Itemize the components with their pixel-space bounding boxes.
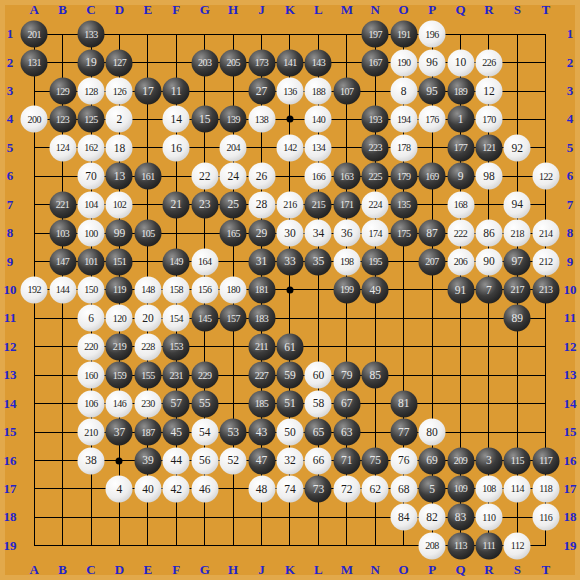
intersection-N13[interactable]: 85 xyxy=(361,361,389,389)
intersection-B15[interactable] xyxy=(48,418,76,446)
intersection-P5[interactable] xyxy=(418,134,446,162)
intersection-Q18[interactable]: 83 xyxy=(446,503,474,531)
intersection-O13[interactable] xyxy=(389,361,417,389)
intersection-D14[interactable]: 146 xyxy=(105,389,133,417)
intersection-R12[interactable] xyxy=(475,333,503,361)
intersection-B13[interactable] xyxy=(48,361,76,389)
intersection-J11[interactable]: 183 xyxy=(247,304,275,332)
intersection-M15[interactable]: 63 xyxy=(333,418,361,446)
intersection-T12[interactable] xyxy=(532,333,560,361)
intersection-E13[interactable]: 155 xyxy=(134,361,162,389)
intersection-C4[interactable]: 125 xyxy=(77,105,105,133)
intersection-G3[interactable] xyxy=(191,77,219,105)
intersection-F4[interactable]: 14 xyxy=(162,105,190,133)
intersection-K18[interactable] xyxy=(276,503,304,531)
intersection-F19[interactable] xyxy=(162,532,190,560)
intersection-R13[interactable] xyxy=(475,361,503,389)
intersection-D7[interactable]: 102 xyxy=(105,191,133,219)
intersection-Q15[interactable] xyxy=(446,418,474,446)
intersection-C5[interactable]: 162 xyxy=(77,134,105,162)
intersection-T9[interactable]: 212 xyxy=(532,247,560,275)
intersection-O18[interactable]: 84 xyxy=(389,503,417,531)
intersection-P17[interactable]: 5 xyxy=(418,475,446,503)
intersection-S12[interactable] xyxy=(503,333,531,361)
intersection-E7[interactable] xyxy=(134,191,162,219)
intersection-J13[interactable]: 227 xyxy=(247,361,275,389)
intersection-J6[interactable]: 26 xyxy=(247,162,275,190)
intersection-L12[interactable] xyxy=(304,333,332,361)
intersection-L4[interactable]: 140 xyxy=(304,105,332,133)
intersection-C12[interactable]: 220 xyxy=(77,333,105,361)
intersection-D16[interactable] xyxy=(105,446,133,474)
intersection-P19[interactable]: 208 xyxy=(418,532,446,560)
intersection-H19[interactable] xyxy=(219,532,247,560)
intersection-R7[interactable] xyxy=(475,191,503,219)
intersection-F5[interactable]: 16 xyxy=(162,134,190,162)
intersection-J1[interactable] xyxy=(247,20,275,48)
intersection-E19[interactable] xyxy=(134,532,162,560)
intersection-R14[interactable] xyxy=(475,389,503,417)
intersection-D4[interactable]: 2 xyxy=(105,105,133,133)
intersection-B14[interactable] xyxy=(48,389,76,417)
intersection-L2[interactable]: 143 xyxy=(304,48,332,76)
intersection-A16[interactable] xyxy=(20,446,48,474)
intersection-E3[interactable]: 17 xyxy=(134,77,162,105)
intersection-K1[interactable] xyxy=(276,20,304,48)
intersection-B5[interactable]: 124 xyxy=(48,134,76,162)
intersection-S16[interactable]: 115 xyxy=(503,446,531,474)
intersection-S17[interactable]: 114 xyxy=(503,475,531,503)
intersection-G11[interactable]: 145 xyxy=(191,304,219,332)
intersection-D5[interactable]: 18 xyxy=(105,134,133,162)
intersection-G19[interactable] xyxy=(191,532,219,560)
intersection-J8[interactable]: 29 xyxy=(247,219,275,247)
intersection-Q2[interactable]: 10 xyxy=(446,48,474,76)
intersection-P11[interactable] xyxy=(418,304,446,332)
intersection-Q5[interactable]: 177 xyxy=(446,134,474,162)
intersection-G10[interactable]: 156 xyxy=(191,276,219,304)
intersection-F15[interactable]: 45 xyxy=(162,418,190,446)
intersection-H17[interactable] xyxy=(219,475,247,503)
intersection-D2[interactable]: 127 xyxy=(105,48,133,76)
intersection-L10[interactable] xyxy=(304,276,332,304)
intersection-H3[interactable] xyxy=(219,77,247,105)
intersection-H11[interactable]: 157 xyxy=(219,304,247,332)
intersection-A6[interactable] xyxy=(20,162,48,190)
intersection-T7[interactable] xyxy=(532,191,560,219)
intersection-D15[interactable]: 37 xyxy=(105,418,133,446)
intersection-A7[interactable] xyxy=(20,191,48,219)
intersection-J14[interactable]: 185 xyxy=(247,389,275,417)
intersection-F14[interactable]: 57 xyxy=(162,389,190,417)
intersection-O2[interactable]: 190 xyxy=(389,48,417,76)
intersection-C16[interactable]: 38 xyxy=(77,446,105,474)
intersection-M17[interactable]: 72 xyxy=(333,475,361,503)
intersection-C9[interactable]: 101 xyxy=(77,247,105,275)
intersection-S15[interactable] xyxy=(503,418,531,446)
intersection-B8[interactable]: 103 xyxy=(48,219,76,247)
intersection-S5[interactable]: 92 xyxy=(503,134,531,162)
intersection-J2[interactable]: 173 xyxy=(247,48,275,76)
intersection-H4[interactable]: 139 xyxy=(219,105,247,133)
intersection-D3[interactable]: 126 xyxy=(105,77,133,105)
intersection-F12[interactable]: 153 xyxy=(162,333,190,361)
intersection-L9[interactable]: 35 xyxy=(304,247,332,275)
intersection-A13[interactable] xyxy=(20,361,48,389)
intersection-K11[interactable] xyxy=(276,304,304,332)
intersection-M3[interactable]: 107 xyxy=(333,77,361,105)
intersection-J16[interactable]: 47 xyxy=(247,446,275,474)
intersection-P3[interactable]: 95 xyxy=(418,77,446,105)
intersection-N1[interactable]: 197 xyxy=(361,20,389,48)
intersection-M19[interactable] xyxy=(333,532,361,560)
intersection-L3[interactable]: 188 xyxy=(304,77,332,105)
intersection-S4[interactable] xyxy=(503,105,531,133)
intersection-Q12[interactable] xyxy=(446,333,474,361)
intersection-O11[interactable] xyxy=(389,304,417,332)
intersection-C19[interactable] xyxy=(77,532,105,560)
intersection-T14[interactable] xyxy=(532,389,560,417)
intersection-L11[interactable] xyxy=(304,304,332,332)
intersection-J12[interactable]: 211 xyxy=(247,333,275,361)
intersection-G1[interactable] xyxy=(191,20,219,48)
intersection-T17[interactable]: 118 xyxy=(532,475,560,503)
intersection-M9[interactable]: 198 xyxy=(333,247,361,275)
intersection-A10[interactable]: 192 xyxy=(20,276,48,304)
intersection-T1[interactable] xyxy=(532,20,560,48)
intersection-Q17[interactable]: 109 xyxy=(446,475,474,503)
intersection-E15[interactable]: 187 xyxy=(134,418,162,446)
intersection-S3[interactable] xyxy=(503,77,531,105)
intersection-A12[interactable] xyxy=(20,333,48,361)
intersection-M13[interactable]: 79 xyxy=(333,361,361,389)
intersection-S14[interactable] xyxy=(503,389,531,417)
intersection-C7[interactable]: 104 xyxy=(77,191,105,219)
intersection-O3[interactable]: 8 xyxy=(389,77,417,105)
intersection-N19[interactable] xyxy=(361,532,389,560)
intersection-M5[interactable] xyxy=(333,134,361,162)
intersection-P13[interactable] xyxy=(418,361,446,389)
intersection-R11[interactable] xyxy=(475,304,503,332)
intersection-Q16[interactable]: 209 xyxy=(446,446,474,474)
intersection-T3[interactable] xyxy=(532,77,560,105)
intersection-P9[interactable]: 207 xyxy=(418,247,446,275)
intersection-O7[interactable]: 135 xyxy=(389,191,417,219)
intersection-M8[interactable]: 36 xyxy=(333,219,361,247)
intersection-D11[interactable]: 120 xyxy=(105,304,133,332)
intersection-D17[interactable]: 4 xyxy=(105,475,133,503)
intersection-O14[interactable]: 81 xyxy=(389,389,417,417)
intersection-R10[interactable]: 7 xyxy=(475,276,503,304)
intersection-P4[interactable]: 176 xyxy=(418,105,446,133)
intersection-B7[interactable]: 221 xyxy=(48,191,76,219)
intersection-M2[interactable] xyxy=(333,48,361,76)
intersection-F1[interactable] xyxy=(162,20,190,48)
intersection-K19[interactable] xyxy=(276,532,304,560)
intersection-N18[interactable] xyxy=(361,503,389,531)
intersection-H8[interactable]: 165 xyxy=(219,219,247,247)
intersection-Q10[interactable]: 91 xyxy=(446,276,474,304)
intersection-O19[interactable] xyxy=(389,532,417,560)
intersection-P1[interactable]: 196 xyxy=(418,20,446,48)
intersection-S2[interactable] xyxy=(503,48,531,76)
intersection-M14[interactable]: 67 xyxy=(333,389,361,417)
intersection-Q6[interactable]: 9 xyxy=(446,162,474,190)
intersection-N9[interactable]: 195 xyxy=(361,247,389,275)
intersection-T18[interactable]: 116 xyxy=(532,503,560,531)
intersection-M11[interactable] xyxy=(333,304,361,332)
intersection-S1[interactable] xyxy=(503,20,531,48)
intersection-E10[interactable]: 148 xyxy=(134,276,162,304)
intersection-K9[interactable]: 33 xyxy=(276,247,304,275)
intersection-O9[interactable] xyxy=(389,247,417,275)
intersection-J7[interactable]: 28 xyxy=(247,191,275,219)
intersection-E9[interactable] xyxy=(134,247,162,275)
intersection-E2[interactable] xyxy=(134,48,162,76)
intersection-A3[interactable] xyxy=(20,77,48,105)
intersection-K3[interactable]: 136 xyxy=(276,77,304,105)
intersection-O12[interactable] xyxy=(389,333,417,361)
intersection-J17[interactable]: 48 xyxy=(247,475,275,503)
intersection-H6[interactable]: 24 xyxy=(219,162,247,190)
intersection-B6[interactable] xyxy=(48,162,76,190)
intersection-E17[interactable]: 40 xyxy=(134,475,162,503)
intersection-Q7[interactable]: 168 xyxy=(446,191,474,219)
intersection-N4[interactable]: 193 xyxy=(361,105,389,133)
intersection-S18[interactable] xyxy=(503,503,531,531)
intersection-S10[interactable]: 217 xyxy=(503,276,531,304)
intersection-B3[interactable]: 129 xyxy=(48,77,76,105)
intersection-C8[interactable]: 100 xyxy=(77,219,105,247)
intersection-A11[interactable] xyxy=(20,304,48,332)
intersection-L7[interactable]: 215 xyxy=(304,191,332,219)
intersection-Q11[interactable] xyxy=(446,304,474,332)
intersection-F18[interactable] xyxy=(162,503,190,531)
intersection-N12[interactable] xyxy=(361,333,389,361)
intersection-A9[interactable] xyxy=(20,247,48,275)
intersection-D8[interactable]: 99 xyxy=(105,219,133,247)
intersection-P18[interactable]: 82 xyxy=(418,503,446,531)
intersection-O6[interactable]: 179 xyxy=(389,162,417,190)
intersection-G5[interactable] xyxy=(191,134,219,162)
intersection-T16[interactable]: 117 xyxy=(532,446,560,474)
intersection-E12[interactable]: 228 xyxy=(134,333,162,361)
intersection-O8[interactable]: 175 xyxy=(389,219,417,247)
intersection-T5[interactable] xyxy=(532,134,560,162)
intersection-R15[interactable] xyxy=(475,418,503,446)
intersection-L1[interactable] xyxy=(304,20,332,48)
intersection-N6[interactable]: 225 xyxy=(361,162,389,190)
intersection-E8[interactable]: 105 xyxy=(134,219,162,247)
intersection-S6[interactable] xyxy=(503,162,531,190)
intersection-H12[interactable] xyxy=(219,333,247,361)
intersection-J3[interactable]: 27 xyxy=(247,77,275,105)
intersection-G2[interactable]: 203 xyxy=(191,48,219,76)
intersection-N3[interactable] xyxy=(361,77,389,105)
intersection-M12[interactable] xyxy=(333,333,361,361)
intersection-H9[interactable] xyxy=(219,247,247,275)
intersection-E1[interactable] xyxy=(134,20,162,48)
intersection-O1[interactable]: 191 xyxy=(389,20,417,48)
intersection-K13[interactable]: 59 xyxy=(276,361,304,389)
intersection-D12[interactable]: 219 xyxy=(105,333,133,361)
intersection-A4[interactable]: 200 xyxy=(20,105,48,133)
intersection-N11[interactable] xyxy=(361,304,389,332)
intersection-G4[interactable]: 15 xyxy=(191,105,219,133)
intersection-G14[interactable]: 55 xyxy=(191,389,219,417)
intersection-R5[interactable]: 121 xyxy=(475,134,503,162)
intersection-F3[interactable]: 11 xyxy=(162,77,190,105)
intersection-H2[interactable]: 205 xyxy=(219,48,247,76)
intersection-H1[interactable] xyxy=(219,20,247,48)
intersection-P6[interactable]: 169 xyxy=(418,162,446,190)
intersection-M1[interactable] xyxy=(333,20,361,48)
intersection-R19[interactable]: 111 xyxy=(475,532,503,560)
intersection-R18[interactable]: 110 xyxy=(475,503,503,531)
intersection-P10[interactable] xyxy=(418,276,446,304)
intersection-K14[interactable]: 51 xyxy=(276,389,304,417)
intersection-L13[interactable]: 60 xyxy=(304,361,332,389)
intersection-B16[interactable] xyxy=(48,446,76,474)
intersection-T6[interactable]: 122 xyxy=(532,162,560,190)
intersection-H10[interactable]: 180 xyxy=(219,276,247,304)
intersection-N16[interactable]: 75 xyxy=(361,446,389,474)
intersection-H5[interactable]: 204 xyxy=(219,134,247,162)
intersection-A15[interactable] xyxy=(20,418,48,446)
intersection-R17[interactable]: 108 xyxy=(475,475,503,503)
intersection-F6[interactable] xyxy=(162,162,190,190)
intersection-T8[interactable]: 214 xyxy=(532,219,560,247)
intersection-D19[interactable] xyxy=(105,532,133,560)
intersection-N5[interactable]: 223 xyxy=(361,134,389,162)
intersection-R9[interactable]: 90 xyxy=(475,247,503,275)
intersection-K7[interactable]: 216 xyxy=(276,191,304,219)
intersection-B1[interactable] xyxy=(48,20,76,48)
intersection-G8[interactable] xyxy=(191,219,219,247)
intersection-K2[interactable]: 141 xyxy=(276,48,304,76)
intersection-O5[interactable]: 178 xyxy=(389,134,417,162)
intersection-R4[interactable]: 170 xyxy=(475,105,503,133)
intersection-Q1[interactable] xyxy=(446,20,474,48)
intersection-D10[interactable]: 119 xyxy=(105,276,133,304)
intersection-S19[interactable]: 112 xyxy=(503,532,531,560)
intersection-B4[interactable]: 123 xyxy=(48,105,76,133)
intersection-G13[interactable]: 229 xyxy=(191,361,219,389)
intersection-G15[interactable]: 54 xyxy=(191,418,219,446)
intersection-N8[interactable]: 174 xyxy=(361,219,389,247)
intersection-Q3[interactable]: 189 xyxy=(446,77,474,105)
intersection-K12[interactable]: 61 xyxy=(276,333,304,361)
intersection-D13[interactable]: 159 xyxy=(105,361,133,389)
intersection-R3[interactable]: 12 xyxy=(475,77,503,105)
intersection-R2[interactable]: 226 xyxy=(475,48,503,76)
intersection-L19[interactable] xyxy=(304,532,332,560)
intersection-B10[interactable]: 144 xyxy=(48,276,76,304)
intersection-L15[interactable]: 65 xyxy=(304,418,332,446)
intersection-R8[interactable]: 86 xyxy=(475,219,503,247)
intersection-A1[interactable]: 201 xyxy=(20,20,48,48)
intersection-H13[interactable] xyxy=(219,361,247,389)
intersection-D6[interactable]: 13 xyxy=(105,162,133,190)
intersection-C14[interactable]: 106 xyxy=(77,389,105,417)
intersection-F10[interactable]: 158 xyxy=(162,276,190,304)
intersection-B17[interactable] xyxy=(48,475,76,503)
intersection-F11[interactable]: 154 xyxy=(162,304,190,332)
intersection-T4[interactable] xyxy=(532,105,560,133)
intersection-P2[interactable]: 96 xyxy=(418,48,446,76)
intersection-F7[interactable]: 21 xyxy=(162,191,190,219)
intersection-M4[interactable] xyxy=(333,105,361,133)
intersection-N7[interactable]: 224 xyxy=(361,191,389,219)
intersection-P12[interactable] xyxy=(418,333,446,361)
intersection-O10[interactable] xyxy=(389,276,417,304)
intersection-L16[interactable]: 66 xyxy=(304,446,332,474)
intersection-F9[interactable]: 149 xyxy=(162,247,190,275)
intersection-B19[interactable] xyxy=(48,532,76,560)
intersection-B18[interactable] xyxy=(48,503,76,531)
intersection-K5[interactable]: 142 xyxy=(276,134,304,162)
intersection-T10[interactable]: 213 xyxy=(532,276,560,304)
intersection-F17[interactable]: 42 xyxy=(162,475,190,503)
intersection-P15[interactable]: 80 xyxy=(418,418,446,446)
intersection-L17[interactable]: 73 xyxy=(304,475,332,503)
intersection-M18[interactable] xyxy=(333,503,361,531)
intersection-S11[interactable]: 89 xyxy=(503,304,531,332)
intersection-E11[interactable]: 20 xyxy=(134,304,162,332)
intersection-G7[interactable]: 23 xyxy=(191,191,219,219)
intersection-B11[interactable] xyxy=(48,304,76,332)
intersection-K15[interactable]: 50 xyxy=(276,418,304,446)
intersection-Q19[interactable]: 113 xyxy=(446,532,474,560)
intersection-F13[interactable]: 231 xyxy=(162,361,190,389)
intersection-E4[interactable] xyxy=(134,105,162,133)
intersection-N2[interactable]: 167 xyxy=(361,48,389,76)
intersection-Q13[interactable] xyxy=(446,361,474,389)
intersection-K17[interactable]: 74 xyxy=(276,475,304,503)
intersection-M10[interactable]: 199 xyxy=(333,276,361,304)
intersection-T19[interactable] xyxy=(532,532,560,560)
intersection-O16[interactable]: 76 xyxy=(389,446,417,474)
intersection-M6[interactable]: 163 xyxy=(333,162,361,190)
intersection-L18[interactable] xyxy=(304,503,332,531)
intersection-J18[interactable] xyxy=(247,503,275,531)
intersection-M7[interactable]: 171 xyxy=(333,191,361,219)
intersection-K8[interactable]: 30 xyxy=(276,219,304,247)
intersection-O15[interactable]: 77 xyxy=(389,418,417,446)
intersection-C13[interactable]: 160 xyxy=(77,361,105,389)
intersection-J5[interactable] xyxy=(247,134,275,162)
intersection-L6[interactable]: 166 xyxy=(304,162,332,190)
intersection-K16[interactable]: 32 xyxy=(276,446,304,474)
intersection-N10[interactable]: 49 xyxy=(361,276,389,304)
intersection-C11[interactable]: 6 xyxy=(77,304,105,332)
intersection-P8[interactable]: 87 xyxy=(418,219,446,247)
intersection-E14[interactable]: 230 xyxy=(134,389,162,417)
intersection-A17[interactable] xyxy=(20,475,48,503)
intersection-H18[interactable] xyxy=(219,503,247,531)
intersection-A2[interactable]: 131 xyxy=(20,48,48,76)
intersection-F16[interactable]: 44 xyxy=(162,446,190,474)
intersection-S9[interactable]: 97 xyxy=(503,247,531,275)
intersection-C6[interactable]: 70 xyxy=(77,162,105,190)
intersection-T13[interactable] xyxy=(532,361,560,389)
intersection-J9[interactable]: 31 xyxy=(247,247,275,275)
intersection-B12[interactable] xyxy=(48,333,76,361)
intersection-H15[interactable]: 53 xyxy=(219,418,247,446)
intersection-N17[interactable]: 62 xyxy=(361,475,389,503)
intersection-C3[interactable]: 128 xyxy=(77,77,105,105)
intersection-L5[interactable]: 134 xyxy=(304,134,332,162)
